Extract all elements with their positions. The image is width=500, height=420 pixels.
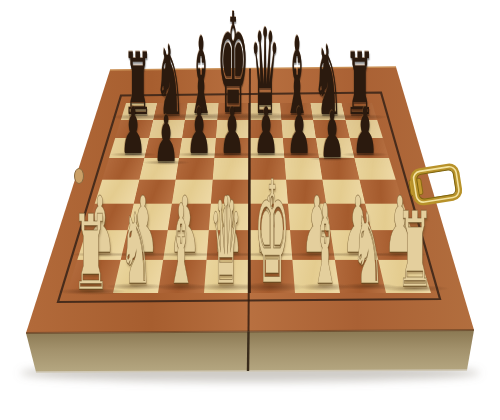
light-bishop-c1: ♝ <box>168 204 196 287</box>
dark-pawn-c7: ♟ <box>187 107 212 155</box>
light-knight-g1: ♞ <box>352 213 384 287</box>
light-bishop-f1: ♝ <box>311 204 339 287</box>
light-knight-b1: ♞ <box>121 213 153 287</box>
dark-pawn-a7: ♟ <box>120 107 145 155</box>
pieces-layer: ♜♞♝♚♛♝♞♜♟♟♟♟♟♟♟♟♟♟♟♟♟♟♟♟♜♞♝♛♚♝♞♜ <box>0 0 500 420</box>
light-king-e1: ♚ <box>254 180 290 287</box>
dark-pawn-d7: ♟ <box>220 107 245 155</box>
dark-pawn-b7: ♟ <box>153 115 178 163</box>
dark-pawn-g7: ♟ <box>319 111 344 159</box>
dark-pawn-f7: ♟ <box>286 107 311 155</box>
light-queen-d1: ♛ <box>210 197 242 287</box>
light-rook-h1: ♜ <box>396 211 433 289</box>
chess-set-photo: ♜♞♝♚♛♝♞♜♟♟♟♟♟♟♟♟♟♟♟♟♟♟♟♟♜♞♝♛♚♝♞♜ Folding… <box>0 0 500 420</box>
dark-pawn-e7: ♟ <box>253 107 278 155</box>
light-rook-a1: ♜ <box>73 214 110 292</box>
dark-pawn-h7: ♟ <box>353 107 378 155</box>
